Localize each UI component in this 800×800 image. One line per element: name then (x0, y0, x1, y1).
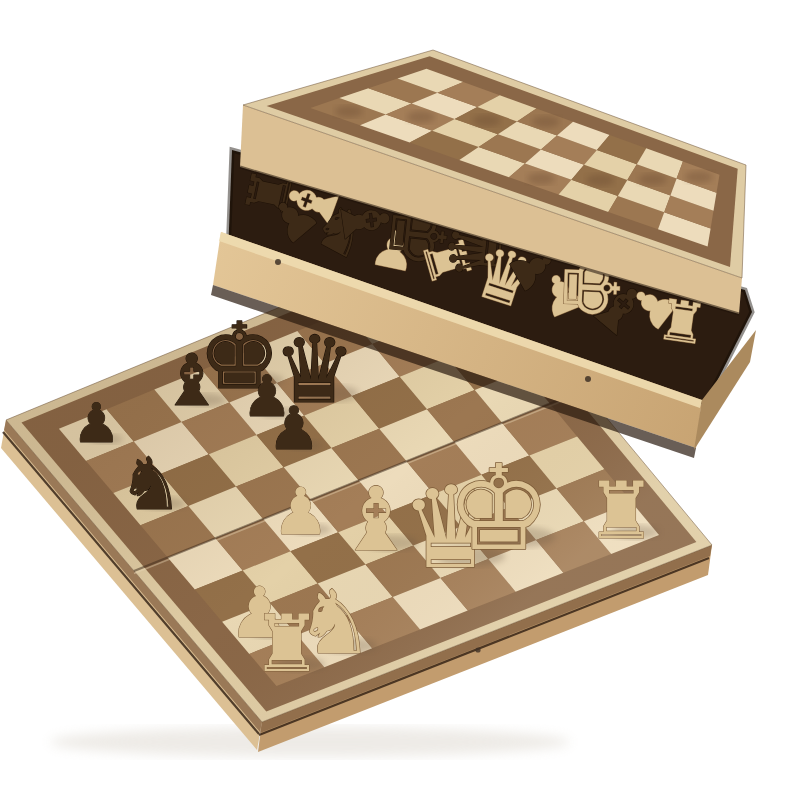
piece-dark-knight-a6: ♞ (118, 442, 183, 526)
lid-wood-smudge (586, 174, 614, 186)
box-magnet-dot-right (585, 376, 591, 382)
lid-wood-smudge (407, 111, 435, 123)
piece-dark-pawn-a8: ♟ (72, 392, 121, 455)
piece-light-king-f2: ♚ (446, 440, 552, 577)
product-photo-chess-set: ♜♟♝♞♝♟♚♜♛♛♟♟♚♝♟♜♟♝♚♟♛♞♟♟♝♟♛♚♜♞♜ (0, 0, 800, 800)
piece-light-knight-b1: ♞ (295, 571, 374, 674)
piece-light-pawn-c4: ♟ (272, 474, 330, 549)
chess-set-scene: ♜♟♝♞♝♟♚♜♛♛♟♟♚♝♟♜♟♝♚♟♛♞♟♟♝♟♛♚♜♞♜ (0, 0, 800, 800)
board-magnet-dot (475, 647, 480, 652)
lid-wood-smudge (685, 171, 713, 183)
piece-light-rook-h1: ♜ (586, 465, 657, 557)
lid-wood-smudge (473, 114, 501, 126)
box-magnet-dot-left (275, 259, 281, 265)
lid-wood-smudge (527, 173, 555, 185)
lid-wood-smudge (639, 174, 667, 186)
piece-dark-pawn-d6: ♟ (267, 394, 320, 463)
lid-wood-smudge (335, 105, 363, 117)
lid-wood-smudge (532, 116, 560, 128)
